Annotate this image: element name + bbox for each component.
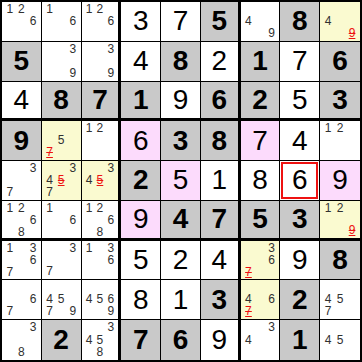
candidate-8: 8	[94, 226, 105, 238]
empty-slot	[254, 266, 266, 278]
cell-r4c4[interactable]: 6	[121, 121, 161, 161]
cell-r3c7[interactable]: 2	[241, 82, 281, 122]
pencil-marks: 467	[243, 281, 278, 317]
cell-r6c7[interactable]: 5	[241, 201, 281, 241]
empty-slot	[16, 27, 28, 39]
empty-slot	[16, 254, 28, 266]
empty-slot	[67, 146, 79, 158]
solved-digit: 1	[211, 166, 227, 194]
cell-r9c4[interactable]: 7	[121, 320, 161, 360]
empty-slot	[334, 3, 346, 15]
empty-slot	[27, 266, 39, 278]
candidate-3: 3	[27, 242, 39, 254]
given-digit: 5	[252, 205, 268, 233]
empty-slot	[254, 305, 266, 317]
empty-slot	[84, 15, 95, 27]
empty-slot	[67, 27, 79, 39]
cell-r6c8[interactable]: 3	[280, 201, 320, 241]
cell-r9c5[interactable]: 6	[161, 320, 201, 360]
cell-r8c5[interactable]: 1	[161, 280, 201, 320]
cell-r1c7[interactable]: 49	[241, 2, 281, 42]
empty-slot	[346, 346, 358, 358]
empty-slot	[322, 214, 334, 224]
candidate-4: 4	[84, 174, 95, 186]
cell-r5c3[interactable]: 345	[82, 161, 122, 201]
empty-slot	[243, 27, 255, 39]
solved-digit: 5	[173, 166, 189, 194]
empty-slot	[94, 55, 105, 67]
pencil-marks: 67	[4, 281, 39, 317]
empty-slot	[266, 333, 278, 345]
candidate-1: 1	[44, 202, 56, 214]
empty-slot	[243, 242, 255, 254]
given-digit: 8	[173, 47, 189, 75]
empty-slot	[84, 67, 95, 79]
empty-slot	[55, 146, 67, 158]
cell-r6c3[interactable]: 1268	[82, 201, 122, 241]
cell-r5c8[interactable]: 6	[280, 161, 320, 201]
cell-r3c1[interactable]: 4	[2, 82, 42, 122]
candidate-7: 7	[44, 305, 56, 317]
candidate-7: 7	[4, 266, 16, 278]
given-digit: 3	[173, 127, 189, 155]
empty-slot	[16, 321, 28, 333]
pencil-marks: 57	[44, 122, 79, 158]
empty-slot	[84, 27, 95, 39]
pencil-marks: 37	[4, 162, 39, 198]
candidate-5: 5	[334, 333, 346, 345]
empty-slot	[322, 346, 334, 358]
empty-slot	[94, 27, 105, 39]
solved-digit: 4	[14, 86, 30, 114]
empty-slot	[27, 226, 39, 238]
empty-slot	[334, 224, 346, 236]
candidate-6: 6	[105, 214, 116, 226]
candidate-2: 2	[16, 3, 28, 15]
solved-digit: 2	[211, 47, 227, 75]
cell-r6c4[interactable]: 9	[121, 201, 161, 241]
cell-r2c1[interactable]: 5	[2, 42, 42, 82]
cell-r7c3[interactable]: 136	[82, 241, 122, 281]
cell-r6c2[interactable]: 16	[42, 201, 82, 241]
empty-slot	[322, 3, 334, 15]
empty-slot	[266, 3, 278, 15]
candidate-9: 9	[105, 67, 116, 79]
empty-slot	[55, 254, 67, 266]
empty-slot	[27, 174, 39, 186]
empty-slot	[105, 55, 116, 67]
pencil-marks: 367	[243, 242, 278, 278]
given-digit: 8	[332, 246, 348, 274]
cell-r6c9[interactable]: 129	[320, 201, 360, 241]
cell-r9c1[interactable]: 38	[2, 320, 42, 360]
empty-slot	[243, 254, 255, 266]
cell-r9c3[interactable]: 3458	[82, 320, 122, 360]
candidate-5: 5	[55, 134, 67, 146]
cell-r8c3[interactable]: 4569	[82, 280, 122, 320]
empty-slot	[84, 346, 95, 358]
empty-slot	[84, 55, 95, 67]
empty-slot	[55, 15, 67, 27]
empty-slot	[105, 122, 116, 134]
eliminated-candidate-9: 9	[346, 27, 358, 39]
empty-slot	[4, 226, 16, 238]
empty-slot	[67, 281, 79, 293]
empty-slot	[67, 55, 79, 67]
pencil-marks: 3457	[44, 162, 79, 198]
empty-slot	[94, 134, 105, 146]
empty-slot	[243, 3, 255, 15]
cell-r8c7[interactable]: 467	[241, 280, 281, 320]
candidate-7: 7	[4, 305, 16, 317]
candidate-8: 8	[94, 346, 105, 358]
empty-slot	[55, 265, 67, 277]
candidate-4: 4	[322, 333, 334, 345]
candidate-6: 6	[105, 15, 116, 27]
given-digit: 9	[14, 127, 30, 155]
cell-r4c1[interactable]: 9	[2, 121, 42, 161]
pencil-marks: 1367	[4, 242, 39, 278]
solved-digit: 7	[252, 127, 268, 155]
empty-slot	[16, 15, 28, 27]
empty-slot	[84, 321, 95, 333]
empty-slot	[4, 27, 16, 39]
empty-slot	[254, 242, 266, 254]
empty-slot	[94, 146, 105, 158]
pencil-marks: 12	[322, 122, 358, 158]
empty-slot	[27, 346, 39, 358]
candidate-1: 1	[4, 242, 16, 254]
candidate-3: 3	[27, 162, 39, 174]
cell-r7c7[interactable]: 367	[241, 241, 281, 281]
cell-r2c3[interactable]: 39	[82, 42, 122, 82]
cell-r9c8[interactable]: 1	[280, 320, 320, 360]
candidate-1: 1	[4, 3, 16, 15]
cell-r8c2[interactable]: 4579	[42, 280, 82, 320]
cell-r8c1[interactable]: 67	[2, 280, 42, 320]
cell-r2c6[interactable]: 2	[201, 42, 241, 82]
cell-r1c2[interactable]: 16	[42, 2, 82, 42]
candidate-6: 6	[27, 293, 39, 305]
empty-slot	[44, 67, 56, 79]
cell-r4c8[interactable]: 4	[280, 121, 320, 161]
empty-slot	[254, 15, 266, 27]
empty-slot	[322, 321, 334, 333]
empty-slot	[254, 254, 266, 266]
empty-slot	[84, 43, 95, 55]
pencil-marks: 49	[243, 3, 278, 39]
empty-slot	[84, 305, 95, 317]
empty-slot	[84, 254, 95, 266]
candidate-8: 8	[16, 346, 28, 358]
pencil-marks: 12	[84, 122, 117, 158]
cell-r5c6[interactable]: 1	[201, 161, 241, 201]
candidate-7: 7	[44, 186, 56, 198]
given-digit: 1	[292, 326, 308, 354]
empty-slot	[84, 226, 95, 238]
given-digit: 1	[252, 47, 268, 75]
cell-r5c9[interactable]: 9	[320, 161, 360, 201]
candidate-9: 9	[67, 67, 79, 79]
cell-r6c5[interactable]: 4	[161, 201, 201, 241]
given-digit: 2	[133, 166, 149, 194]
cell-r3c6[interactable]: 6	[201, 82, 241, 122]
candidate-5: 5	[94, 293, 105, 305]
empty-slot	[44, 122, 56, 134]
pencil-marks: 34	[243, 321, 278, 358]
empty-slot	[105, 333, 116, 345]
empty-slot	[55, 43, 67, 55]
cell-r2c4[interactable]: 4	[121, 42, 161, 82]
candidate-4: 4	[243, 15, 255, 27]
pencil-marks: 39	[44, 43, 79, 79]
empty-slot	[254, 293, 266, 305]
candidate-2: 2	[334, 122, 346, 134]
candidate-4: 4	[84, 293, 95, 305]
given-digit: 8	[292, 7, 308, 35]
empty-slot	[55, 242, 67, 254]
cell-r7c6[interactable]: 4	[201, 241, 241, 281]
empty-slot	[16, 305, 28, 317]
candidate-3: 3	[27, 321, 39, 333]
pencil-marks: 49	[322, 3, 358, 39]
cell-r1c6[interactable]: 5	[201, 2, 241, 42]
solved-digit: 9	[292, 246, 308, 274]
empty-slot	[4, 214, 16, 226]
candidate-2: 2	[94, 3, 105, 15]
cell-r4c2[interactable]: 57	[42, 121, 82, 161]
candidate-3: 3	[266, 321, 278, 333]
candidate-1: 1	[44, 3, 56, 15]
candidate-5: 5	[94, 333, 105, 345]
given-digit: 7	[133, 326, 149, 354]
sudoku-board: 1261612637549849539394821764871962539571…	[0, 0, 362, 362]
empty-slot	[55, 226, 67, 236]
cell-r8c9[interactable]: 457	[320, 280, 360, 320]
cell-r3c2[interactable]: 8	[42, 82, 82, 122]
pencil-marks: 126	[4, 3, 39, 39]
eliminated-candidate-7: 7	[243, 266, 255, 278]
given-digit: 6	[332, 47, 348, 75]
given-digit: 6	[211, 86, 227, 114]
empty-slot	[94, 43, 105, 55]
empty-slot	[55, 3, 67, 15]
cell-r1c1[interactable]: 126	[2, 2, 42, 42]
solved-digit: 7	[292, 47, 308, 75]
empty-slot	[94, 321, 105, 333]
candidate-6: 6	[67, 15, 79, 27]
candidate-6: 6	[27, 254, 39, 266]
cell-r3c4[interactable]: 1	[121, 82, 161, 122]
candidate-6: 6	[105, 254, 116, 266]
empty-slot	[346, 305, 358, 317]
cell-r7c9[interactable]: 8	[320, 241, 360, 281]
empty-slot	[55, 202, 67, 214]
empty-slot	[346, 333, 358, 345]
solved-digit: 4	[211, 246, 227, 274]
pencil-marks: 4579	[44, 281, 79, 317]
cell-r2c2[interactable]: 39	[42, 42, 82, 82]
pencil-marks: 1268	[84, 202, 117, 236]
given-digit: 7	[92, 86, 108, 114]
given-digit: 3	[292, 205, 308, 233]
cell-r1c5[interactable]: 7	[161, 2, 201, 42]
empty-slot	[44, 27, 56, 39]
cell-r6c6[interactable]: 7	[201, 201, 241, 241]
solved-digit: 9	[332, 166, 348, 194]
given-digit: 2	[292, 286, 308, 314]
empty-slot	[16, 162, 28, 174]
empty-slot	[84, 266, 95, 278]
cell-r5c7[interactable]: 8	[241, 161, 281, 201]
empty-slot	[346, 134, 358, 146]
solved-digit: 8	[252, 166, 268, 194]
cell-r1c9[interactable]: 49	[320, 2, 360, 42]
cell-r5c5[interactable]: 5	[161, 161, 201, 201]
candidate-4: 4	[84, 333, 95, 345]
given-digit: 5	[14, 47, 30, 75]
cell-r4c6[interactable]: 8	[201, 121, 241, 161]
solved-digit: 5	[292, 86, 308, 114]
cell-r6c1[interactable]: 1268	[2, 201, 42, 241]
eliminated-candidate-7: 7	[243, 305, 255, 317]
cell-r3c8[interactable]: 5	[280, 82, 320, 122]
given-digit: 2	[53, 326, 69, 354]
cell-r5c1[interactable]: 37	[2, 161, 42, 201]
empty-slot	[84, 214, 95, 226]
cell-r4c7[interactable]: 7	[241, 121, 281, 161]
empty-slot	[254, 333, 266, 345]
empty-slot	[243, 346, 255, 358]
empty-slot	[16, 174, 28, 186]
pencil-marks: 16	[44, 3, 79, 39]
solved-digit: 6	[292, 166, 308, 194]
given-digit: 4	[173, 205, 189, 233]
cell-r8c6[interactable]: 3	[201, 280, 241, 320]
given-digit: 7	[211, 205, 227, 233]
candidate-9: 9	[105, 305, 116, 317]
empty-slot	[67, 134, 79, 146]
given-digit: 5	[211, 7, 227, 35]
candidate-9: 9	[67, 305, 79, 317]
empty-slot	[94, 186, 105, 198]
pencil-marks: 129	[322, 202, 358, 236]
empty-slot	[94, 305, 105, 317]
candidate-1: 1	[84, 202, 95, 214]
empty-slot	[55, 214, 67, 226]
candidate-2: 2	[94, 122, 105, 134]
empty-slot	[27, 333, 39, 345]
empty-slot	[84, 186, 95, 198]
empty-slot	[346, 122, 358, 134]
candidate-1: 1	[84, 122, 95, 134]
cell-r7c4[interactable]: 5	[121, 241, 161, 281]
empty-slot	[266, 305, 278, 317]
empty-slot	[105, 146, 116, 158]
cell-r7c5[interactable]: 2	[161, 241, 201, 281]
cell-r5c2[interactable]: 3457	[42, 161, 82, 201]
cell-r3c3[interactable]: 7	[82, 82, 122, 122]
cell-r2c7[interactable]: 1	[241, 42, 281, 82]
empty-slot	[346, 293, 358, 305]
empty-slot	[44, 214, 56, 226]
given-digit: 8	[211, 127, 227, 155]
cell-r1c3[interactable]: 126	[82, 2, 122, 42]
pencil-marks: 3458	[84, 321, 117, 358]
cell-r9c2[interactable]: 2	[42, 320, 82, 360]
cell-r8c8[interactable]: 2	[280, 280, 320, 320]
eliminated-candidate-5: 5	[55, 174, 67, 186]
empty-slot	[334, 305, 346, 317]
cell-r1c4[interactable]: 3	[121, 2, 161, 42]
empty-slot	[322, 146, 334, 158]
cell-r7c1[interactable]: 1367	[2, 241, 42, 281]
cell-r3c9[interactable]: 3	[320, 82, 360, 122]
cell-r8c4[interactable]: 8	[121, 280, 161, 320]
empty-slot	[105, 226, 116, 238]
empty-slot	[55, 27, 67, 39]
pencil-marks: 136	[84, 242, 117, 278]
candidate-9: 9	[266, 27, 278, 39]
empty-slot	[334, 346, 346, 358]
candidate-6: 6	[266, 254, 278, 266]
empty-slot	[4, 333, 16, 345]
cell-r4c3[interactable]: 12	[82, 121, 122, 161]
pencil-marks: 457	[322, 281, 358, 317]
empty-slot	[4, 254, 16, 266]
cell-r7c2[interactable]: 37	[42, 241, 82, 281]
empty-slot	[67, 186, 79, 198]
solved-digit: 6	[133, 127, 149, 155]
empty-slot	[243, 321, 255, 333]
empty-slot	[322, 224, 334, 236]
cell-r2c9[interactable]: 6	[320, 42, 360, 82]
solved-digit: 9	[133, 205, 149, 233]
candidate-4: 4	[243, 333, 255, 345]
cell-r3c5[interactable]: 9	[161, 82, 201, 122]
empty-slot	[16, 186, 28, 198]
cell-r9c7[interactable]: 34	[241, 320, 281, 360]
candidate-8: 8	[16, 226, 28, 238]
cell-r4c9[interactable]: 12	[320, 121, 360, 161]
empty-slot	[266, 346, 278, 358]
cell-r9c6[interactable]: 9	[201, 320, 241, 360]
pencil-marks: 16	[44, 202, 79, 236]
empty-slot	[94, 266, 105, 278]
cell-r2c5[interactable]: 8	[161, 42, 201, 82]
empty-slot	[4, 162, 16, 174]
cell-r5c4[interactable]: 2	[121, 161, 161, 201]
given-digit: 8	[53, 86, 69, 114]
empty-slot	[16, 281, 28, 293]
empty-slot	[84, 146, 95, 158]
empty-slot	[334, 214, 346, 224]
cell-r7c8[interactable]: 9	[280, 241, 320, 281]
empty-slot	[334, 321, 346, 333]
empty-slot	[105, 346, 116, 358]
solved-digit: 1	[173, 286, 189, 314]
cell-r1c8[interactable]: 8	[280, 2, 320, 42]
cell-r9c9[interactable]: 45	[320, 320, 360, 360]
pencil-marks: 45	[322, 321, 358, 358]
cell-r2c8[interactable]: 7	[280, 42, 320, 82]
empty-slot	[94, 242, 105, 254]
candidate-2: 2	[334, 202, 346, 214]
empty-slot	[266, 266, 278, 278]
cell-r4c5[interactable]: 3	[161, 121, 201, 161]
solved-digit: 8	[133, 286, 149, 314]
empty-slot	[27, 186, 39, 198]
